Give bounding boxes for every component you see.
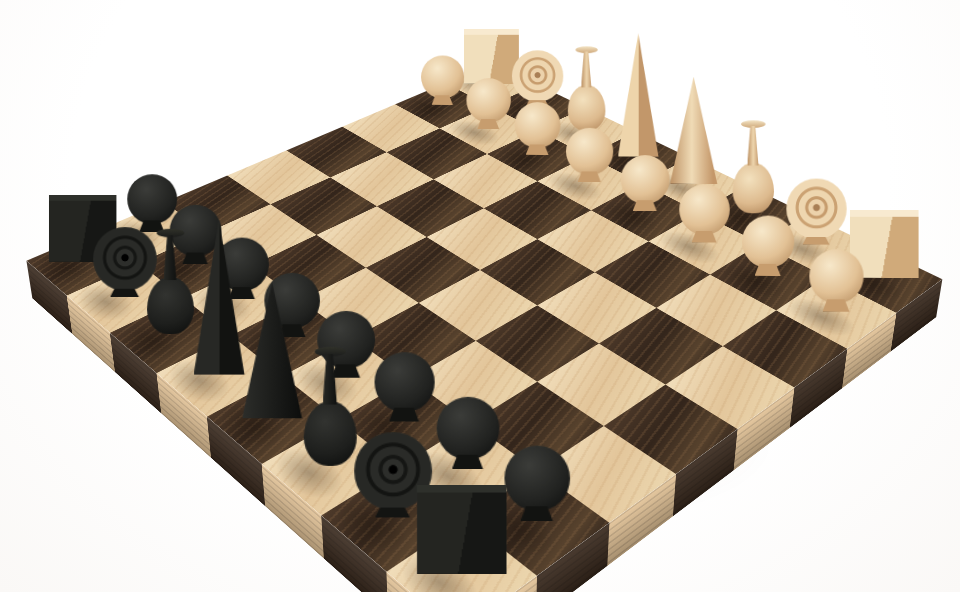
white-pawn-sphere-a2[interactable] — [794, 245, 879, 312]
chess-board — [26, 63, 942, 592]
pawn-sphere — [679, 184, 730, 235]
perspective-scene — [0, 0, 960, 592]
pawn-sphere — [742, 215, 794, 267]
piece-shape-flask — [568, 44, 606, 131]
piece-shape-sphere — [794, 245, 879, 312]
knight-base — [375, 507, 410, 517]
pawn-sphere — [809, 249, 863, 303]
photo-backdrop — [0, 0, 960, 592]
flask-neck — [747, 126, 758, 166]
piece-shape-cube — [417, 484, 506, 573]
pawn-sphere — [621, 155, 670, 204]
flask-neck — [323, 354, 337, 405]
piece-layer — [26, 63, 942, 592]
flask-neck — [581, 51, 591, 87]
black-rook-cube-a8[interactable] — [408, 484, 515, 573]
